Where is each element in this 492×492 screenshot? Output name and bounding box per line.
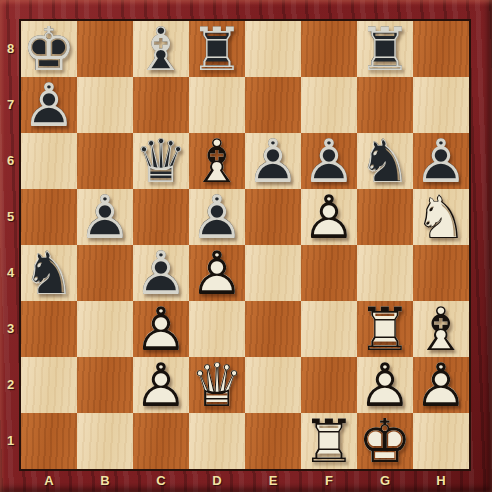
white-knight-outline-glyph: ♘ [413, 189, 469, 245]
white-queen-outline-glyph: ♕ [189, 357, 245, 413]
square-f2[interactable] [301, 357, 357, 413]
square-a6[interactable] [21, 133, 77, 189]
square-a5[interactable] [21, 189, 77, 245]
square-g5[interactable] [357, 189, 413, 245]
piece-black-pawn[interactable]: ♟♙ [189, 189, 245, 245]
square-e1[interactable] [245, 413, 301, 469]
square-e3[interactable] [245, 301, 301, 357]
square-b4[interactable] [77, 245, 133, 301]
square-f7[interactable] [301, 77, 357, 133]
square-a3[interactable] [21, 301, 77, 357]
square-g7[interactable] [357, 77, 413, 133]
file-label-f: F [301, 470, 357, 492]
square-d7[interactable] [189, 77, 245, 133]
square-c1[interactable] [133, 413, 189, 469]
rank-label-4: 4 [0, 245, 21, 301]
square-c2[interactable]: ♟♙ [133, 357, 189, 413]
white-pawn-outline-glyph: ♙ [133, 357, 189, 413]
square-g8[interactable]: ♜♖ [357, 21, 413, 77]
square-b8[interactable] [77, 21, 133, 77]
square-d6[interactable]: ♝♗ [189, 133, 245, 189]
file-label-g: G [357, 470, 413, 492]
piece-black-pawn[interactable]: ♟♙ [301, 133, 357, 189]
square-f4[interactable] [301, 245, 357, 301]
file-label-b: B [77, 470, 133, 492]
black-king-outline-glyph: ♔ [21, 21, 77, 77]
square-h5[interactable]: ♞♘ [413, 189, 469, 245]
black-knight-outline-glyph: ♘ [357, 133, 413, 189]
square-a7[interactable]: ♟♙ [21, 77, 77, 133]
square-d4[interactable]: ♟♙ [189, 245, 245, 301]
square-e6[interactable]: ♟♙ [245, 133, 301, 189]
square-b5[interactable]: ♟♙ [77, 189, 133, 245]
square-c4[interactable]: ♟♙ [133, 245, 189, 301]
piece-white-queen[interactable]: ♛♕ [189, 357, 245, 413]
piece-black-pawn[interactable]: ♟♙ [413, 133, 469, 189]
square-f5[interactable]: ♟♙ [301, 189, 357, 245]
piece-black-queen[interactable]: ♛♕ [133, 133, 189, 189]
piece-white-pawn[interactable]: ♟♙ [133, 357, 189, 413]
square-h2[interactable]: ♟♙ [413, 357, 469, 413]
file-label-e: E [245, 470, 301, 492]
black-pawn-outline-glyph: ♙ [77, 189, 133, 245]
rank-label-2: 2 [0, 357, 21, 413]
square-f8[interactable] [301, 21, 357, 77]
white-pawn-outline-glyph: ♙ [189, 245, 245, 301]
black-bishop-outline-glyph: ♗ [133, 21, 189, 77]
white-king-outline-glyph: ♔ [357, 413, 413, 469]
white-pawn-outline-glyph: ♙ [133, 301, 189, 357]
square-f3[interactable] [301, 301, 357, 357]
square-c7[interactable] [133, 77, 189, 133]
rank-label-1: 1 [0, 413, 21, 469]
square-c6[interactable]: ♛♕ [133, 133, 189, 189]
file-label-d: D [189, 470, 245, 492]
black-queen-outline-glyph: ♕ [133, 133, 189, 189]
square-h3[interactable]: ♝♗ [413, 301, 469, 357]
black-pawn-outline-glyph: ♙ [301, 133, 357, 189]
piece-white-bishop[interactable]: ♝♗ [189, 133, 245, 189]
white-rook-outline-glyph: ♖ [357, 301, 413, 357]
black-rook-outline-glyph: ♖ [189, 21, 245, 77]
square-e7[interactable] [245, 77, 301, 133]
square-e5[interactable] [245, 189, 301, 245]
file-label-a: A [21, 470, 77, 492]
square-g4[interactable] [357, 245, 413, 301]
white-pawn-outline-glyph: ♙ [413, 357, 469, 413]
square-h7[interactable] [413, 77, 469, 133]
piece-white-pawn[interactable]: ♟♙ [357, 357, 413, 413]
piece-white-bishop[interactable]: ♝♗ [413, 301, 469, 357]
file-label-c: C [133, 470, 189, 492]
black-pawn-outline-glyph: ♙ [189, 189, 245, 245]
black-pawn-outline-glyph: ♙ [413, 133, 469, 189]
square-g6[interactable]: ♞♘ [357, 133, 413, 189]
square-f6[interactable]: ♟♙ [301, 133, 357, 189]
black-knight-outline-glyph: ♘ [21, 245, 77, 301]
white-bishop-outline-glyph: ♗ [413, 301, 469, 357]
piece-white-king[interactable]: ♚♔ [357, 413, 413, 469]
square-e2[interactable] [245, 357, 301, 413]
rank-label-8: 8 [0, 21, 21, 77]
square-c8[interactable]: ♝♗ [133, 21, 189, 77]
square-b3[interactable] [77, 301, 133, 357]
square-h4[interactable] [413, 245, 469, 301]
piece-white-rook[interactable]: ♜♖ [301, 413, 357, 469]
black-pawn-outline-glyph: ♙ [21, 77, 77, 133]
rank-label-3: 3 [0, 301, 21, 357]
piece-black-bishop[interactable]: ♝♗ [133, 21, 189, 77]
rank-label-5: 5 [0, 189, 21, 245]
rank-label-7: 7 [0, 77, 21, 133]
white-bishop-outline-glyph: ♗ [189, 133, 245, 189]
piece-black-knight[interactable]: ♞♘ [357, 133, 413, 189]
square-d8[interactable]: ♜♖ [189, 21, 245, 77]
square-e8[interactable] [245, 21, 301, 77]
black-pawn-outline-glyph: ♙ [245, 133, 301, 189]
square-b7[interactable] [77, 77, 133, 133]
square-d3[interactable] [189, 301, 245, 357]
square-g2[interactable]: ♟♙ [357, 357, 413, 413]
piece-black-pawn[interactable]: ♟♙ [245, 133, 301, 189]
piece-white-pawn[interactable]: ♟♙ [189, 245, 245, 301]
black-pawn-outline-glyph: ♙ [133, 245, 189, 301]
piece-white-rook[interactable]: ♜♖ [357, 301, 413, 357]
square-b1[interactable] [77, 413, 133, 469]
square-c5[interactable] [133, 189, 189, 245]
rank-label-6: 6 [0, 133, 21, 189]
white-rook-outline-glyph: ♖ [301, 413, 357, 469]
piece-black-king[interactable]: ♚♔ [21, 21, 77, 77]
piece-black-pawn[interactable]: ♟♙ [77, 189, 133, 245]
square-a2[interactable] [21, 357, 77, 413]
square-d5[interactable]: ♟♙ [189, 189, 245, 245]
piece-white-pawn[interactable]: ♟♙ [413, 357, 469, 413]
square-h1[interactable] [413, 413, 469, 469]
piece-white-pawn[interactable]: ♟♙ [133, 301, 189, 357]
square-h8[interactable] [413, 21, 469, 77]
piece-white-knight[interactable]: ♞♘ [413, 189, 469, 245]
square-e4[interactable] [245, 245, 301, 301]
white-pawn-outline-glyph: ♙ [301, 189, 357, 245]
square-h6[interactable]: ♟♙ [413, 133, 469, 189]
square-c3[interactable]: ♟♙ [133, 301, 189, 357]
piece-black-pawn[interactable]: ♟♙ [133, 245, 189, 301]
chess-board: ♚♔♝♗♜♖♜♖♟♙♛♕♝♗♟♙♟♙♞♘♟♙♟♙♟♙♟♙♞♘♞♘♟♙♟♙♟♙♜♖… [21, 21, 469, 469]
white-pawn-outline-glyph: ♙ [357, 357, 413, 413]
piece-white-pawn[interactable]: ♟♙ [301, 189, 357, 245]
square-b6[interactable] [77, 133, 133, 189]
square-f1[interactable]: ♜♖ [301, 413, 357, 469]
piece-black-rook[interactable]: ♜♖ [189, 21, 245, 77]
piece-black-knight[interactable]: ♞♘ [21, 245, 77, 301]
square-a8[interactable]: ♚♔ [21, 21, 77, 77]
square-a1[interactable] [21, 413, 77, 469]
square-g3[interactable]: ♜♖ [357, 301, 413, 357]
square-g1[interactable]: ♚♔ [357, 413, 413, 469]
black-rook-outline-glyph: ♖ [357, 21, 413, 77]
file-label-h: H [413, 470, 469, 492]
square-b2[interactable] [77, 357, 133, 413]
square-d1[interactable] [189, 413, 245, 469]
square-a4[interactable]: ♞♘ [21, 245, 77, 301]
board-frame: ♚♔♝♗♜♖♜♖♟♙♛♕♝♗♟♙♟♙♞♘♟♙♟♙♟♙♟♙♞♘♞♘♟♙♟♙♟♙♜♖… [0, 0, 492, 492]
piece-black-pawn[interactable]: ♟♙ [21, 77, 77, 133]
square-d2[interactable]: ♛♕ [189, 357, 245, 413]
piece-black-rook[interactable]: ♜♖ [357, 21, 413, 77]
